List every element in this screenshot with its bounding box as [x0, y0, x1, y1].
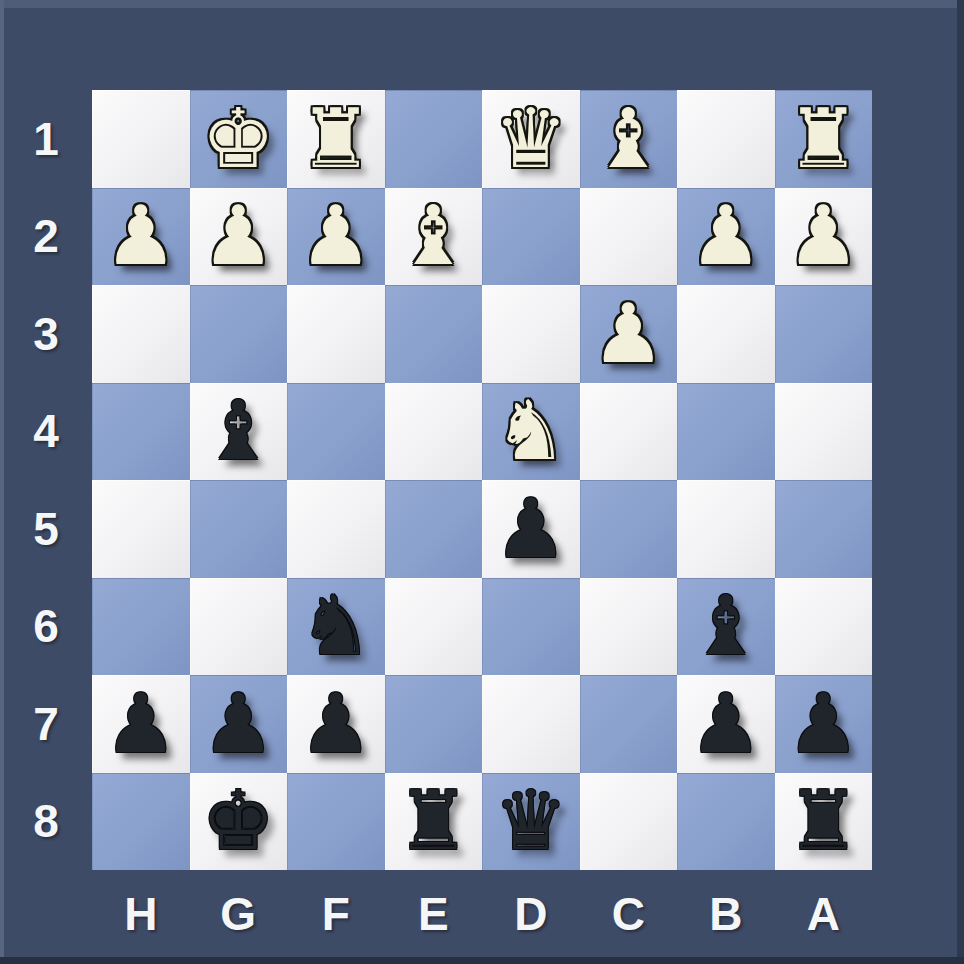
- square-b7[interactable]: ♟: [677, 675, 775, 773]
- square-h1[interactable]: [92, 90, 190, 188]
- black-bishop-icon: ♝: [689, 585, 763, 667]
- square-g2[interactable]: ♟: [190, 188, 288, 286]
- square-d4[interactable]: ♞: [482, 383, 580, 481]
- frame-bevel-top: [0, 0, 964, 8]
- square-e3[interactable]: [385, 285, 483, 383]
- square-c8[interactable]: [580, 773, 678, 871]
- square-b6[interactable]: ♝: [677, 578, 775, 676]
- square-g7[interactable]: ♟: [190, 675, 288, 773]
- file-label-f: F: [287, 870, 385, 957]
- square-h5[interactable]: [92, 480, 190, 578]
- square-g8[interactable]: ♚: [190, 773, 288, 871]
- white-pawn-icon: ♟: [104, 195, 178, 277]
- white-pawn-icon: ♟: [591, 293, 665, 375]
- square-a5[interactable]: [775, 480, 873, 578]
- square-e7[interactable]: [385, 675, 483, 773]
- white-rook-icon: ♜: [299, 98, 373, 180]
- chess-board-frame: 12345678 ♚♜♛♝♜♟♟♟♝♟♟♟♝♞♟♞♝♟♟♟♟♟♚♜♛♜ HGFE…: [0, 0, 964, 964]
- square-d6[interactable]: [482, 578, 580, 676]
- square-b5[interactable]: [677, 480, 775, 578]
- white-pawn-icon: ♟: [786, 195, 860, 277]
- white-king-icon: ♚: [201, 98, 275, 180]
- square-c7[interactable]: [580, 675, 678, 773]
- frame-bevel-right: [957, 0, 964, 964]
- file-label-c: C: [580, 870, 678, 957]
- square-b2[interactable]: ♟: [677, 188, 775, 286]
- square-d7[interactable]: [482, 675, 580, 773]
- black-knight-icon: ♞: [299, 585, 373, 667]
- file-label-a: A: [775, 870, 873, 957]
- square-h4[interactable]: [92, 383, 190, 481]
- square-f8[interactable]: [287, 773, 385, 871]
- square-a1[interactable]: ♜: [775, 90, 873, 188]
- square-g4[interactable]: ♝: [190, 383, 288, 481]
- white-pawn-icon: ♟: [201, 195, 275, 277]
- frame-bevel-bottom: [0, 957, 964, 964]
- square-b3[interactable]: [677, 285, 775, 383]
- rank-label-7: 7: [0, 675, 92, 773]
- square-e1[interactable]: [385, 90, 483, 188]
- black-pawn-icon: ♟: [786, 683, 860, 765]
- square-b4[interactable]: [677, 383, 775, 481]
- white-bishop-icon: ♝: [396, 195, 470, 277]
- square-h7[interactable]: ♟: [92, 675, 190, 773]
- white-pawn-icon: ♟: [689, 195, 763, 277]
- rank-label-3: 3: [0, 285, 92, 383]
- square-d3[interactable]: [482, 285, 580, 383]
- black-pawn-icon: ♟: [299, 683, 373, 765]
- square-d5[interactable]: ♟: [482, 480, 580, 578]
- white-rook-icon: ♜: [786, 98, 860, 180]
- square-e2[interactable]: ♝: [385, 188, 483, 286]
- square-f4[interactable]: [287, 383, 385, 481]
- file-label-g: G: [190, 870, 288, 957]
- square-g6[interactable]: [190, 578, 288, 676]
- black-bishop-icon: ♝: [201, 390, 275, 472]
- file-labels: HGFEDCBA: [92, 870, 872, 957]
- square-d8[interactable]: ♛: [482, 773, 580, 871]
- square-f6[interactable]: ♞: [287, 578, 385, 676]
- file-label-e: E: [385, 870, 483, 957]
- square-h6[interactable]: [92, 578, 190, 676]
- square-b8[interactable]: [677, 773, 775, 871]
- square-c2[interactable]: [580, 188, 678, 286]
- black-pawn-icon: ♟: [201, 683, 275, 765]
- black-rook-icon: ♜: [396, 780, 470, 862]
- black-king-icon: ♚: [201, 780, 275, 862]
- square-g1[interactable]: ♚: [190, 90, 288, 188]
- square-c3[interactable]: ♟: [580, 285, 678, 383]
- square-e6[interactable]: [385, 578, 483, 676]
- white-knight-icon: ♞: [494, 390, 568, 472]
- square-a8[interactable]: ♜: [775, 773, 873, 871]
- white-queen-icon: ♛: [494, 98, 568, 180]
- square-c4[interactable]: [580, 383, 678, 481]
- square-f2[interactable]: ♟: [287, 188, 385, 286]
- square-g3[interactable]: [190, 285, 288, 383]
- square-f5[interactable]: [287, 480, 385, 578]
- square-f1[interactable]: ♜: [287, 90, 385, 188]
- rank-label-5: 5: [0, 480, 92, 578]
- square-a3[interactable]: [775, 285, 873, 383]
- square-e4[interactable]: [385, 383, 483, 481]
- black-rook-icon: ♜: [786, 780, 860, 862]
- rank-label-6: 6: [0, 578, 92, 676]
- square-e8[interactable]: ♜: [385, 773, 483, 871]
- square-c6[interactable]: [580, 578, 678, 676]
- square-c5[interactable]: [580, 480, 678, 578]
- rank-labels: 12345678: [0, 90, 92, 870]
- rank-label-1: 1: [0, 90, 92, 188]
- white-bishop-icon: ♝: [591, 98, 665, 180]
- file-label-h: H: [92, 870, 190, 957]
- square-h8[interactable]: [92, 773, 190, 871]
- black-queen-icon: ♛: [494, 780, 568, 862]
- file-label-b: B: [677, 870, 775, 957]
- square-c1[interactable]: ♝: [580, 90, 678, 188]
- file-label-d: D: [482, 870, 580, 957]
- square-b1[interactable]: [677, 90, 775, 188]
- square-a4[interactable]: [775, 383, 873, 481]
- white-pawn-icon: ♟: [299, 195, 373, 277]
- square-d2[interactable]: [482, 188, 580, 286]
- square-h3[interactable]: [92, 285, 190, 383]
- square-h2[interactable]: ♟: [92, 188, 190, 286]
- board: ♚♜♛♝♜♟♟♟♝♟♟♟♝♞♟♞♝♟♟♟♟♟♚♜♛♜: [92, 90, 872, 870]
- square-e5[interactable]: [385, 480, 483, 578]
- square-f3[interactable]: [287, 285, 385, 383]
- black-pawn-icon: ♟: [104, 683, 178, 765]
- square-g5[interactable]: [190, 480, 288, 578]
- black-pawn-icon: ♟: [494, 488, 568, 570]
- rank-label-2: 2: [0, 188, 92, 286]
- rank-label-4: 4: [0, 383, 92, 481]
- square-a7[interactable]: ♟: [775, 675, 873, 773]
- black-pawn-icon: ♟: [689, 683, 763, 765]
- rank-label-8: 8: [0, 773, 92, 871]
- square-f7[interactable]: ♟: [287, 675, 385, 773]
- square-d1[interactable]: ♛: [482, 90, 580, 188]
- square-a2[interactable]: ♟: [775, 188, 873, 286]
- square-a6[interactable]: [775, 578, 873, 676]
